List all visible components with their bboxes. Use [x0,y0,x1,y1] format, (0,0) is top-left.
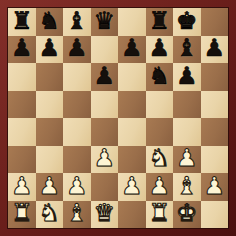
square-d3[interactable]: ♟ [91,146,119,174]
square-g8[interactable]: ♚ [173,8,201,36]
square-e6[interactable] [118,63,146,91]
square-f3[interactable]: ♞ [146,146,174,174]
square-g2[interactable]: ♝ [173,173,201,201]
piece-black-king[interactable]: ♚ [176,9,198,33]
square-h2[interactable]: ♟ [201,173,229,201]
square-a8[interactable]: ♜ [8,8,36,36]
square-c5[interactable] [63,91,91,119]
piece-black-rook[interactable]: ♜ [11,9,33,33]
piece-white-knight[interactable]: ♞ [148,146,170,170]
square-f6[interactable]: ♞ [146,63,174,91]
square-c3[interactable] [63,146,91,174]
square-h6[interactable] [201,63,229,91]
piece-white-king[interactable]: ♚ [176,201,198,225]
square-c2[interactable]: ♟ [63,173,91,201]
square-b8[interactable]: ♞ [36,8,64,36]
piece-black-knight[interactable]: ♞ [38,9,60,33]
piece-white-pawn[interactable]: ♟ [203,174,225,198]
square-a4[interactable] [8,118,36,146]
piece-black-pawn[interactable]: ♟ [148,36,170,60]
chess-board: ♜♞♝♛♜♚♟♟♟♟♟♝♟♟♞♟♟♞♟♟♟♟♟♟♝♟♜♞♝♛♜♚ [8,8,228,228]
piece-white-queen[interactable]: ♛ [93,201,115,225]
piece-black-pawn[interactable]: ♟ [203,36,225,60]
square-e5[interactable] [118,91,146,119]
square-a1[interactable]: ♜ [8,201,36,229]
square-d6[interactable]: ♟ [91,63,119,91]
square-a5[interactable] [8,91,36,119]
piece-white-rook[interactable]: ♜ [148,201,170,225]
square-f4[interactable] [146,118,174,146]
square-e8[interactable] [118,8,146,36]
piece-black-pawn[interactable]: ♟ [11,36,33,60]
square-e2[interactable]: ♟ [118,173,146,201]
piece-white-knight[interactable]: ♞ [38,201,60,225]
square-h5[interactable] [201,91,229,119]
square-g3[interactable]: ♟ [173,146,201,174]
square-f2[interactable]: ♟ [146,173,174,201]
piece-white-bishop[interactable]: ♝ [176,174,198,198]
square-a2[interactable]: ♟ [8,173,36,201]
square-e7[interactable]: ♟ [118,36,146,64]
piece-black-pawn[interactable]: ♟ [93,64,115,88]
piece-white-pawn[interactable]: ♟ [66,174,88,198]
square-b7[interactable]: ♟ [36,36,64,64]
square-d1[interactable]: ♛ [91,201,119,229]
square-c6[interactable] [63,63,91,91]
square-c4[interactable] [63,118,91,146]
piece-black-pawn[interactable]: ♟ [121,36,143,60]
square-h7[interactable]: ♟ [201,36,229,64]
square-b6[interactable] [36,63,64,91]
piece-white-pawn[interactable]: ♟ [11,174,33,198]
square-e1[interactable] [118,201,146,229]
square-h8[interactable] [201,8,229,36]
square-c1[interactable]: ♝ [63,201,91,229]
board-frame: ♜♞♝♛♜♚♟♟♟♟♟♝♟♟♞♟♟♞♟♟♟♟♟♟♝♟♜♞♝♛♜♚ [0,0,236,236]
piece-black-pawn[interactable]: ♟ [38,36,60,60]
piece-white-pawn[interactable]: ♟ [38,174,60,198]
square-g6[interactable]: ♟ [173,63,201,91]
square-g5[interactable] [173,91,201,119]
piece-white-pawn[interactable]: ♟ [148,174,170,198]
square-e3[interactable] [118,146,146,174]
square-a3[interactable] [8,146,36,174]
piece-black-bishop[interactable]: ♝ [176,36,198,60]
square-c8[interactable]: ♝ [63,8,91,36]
piece-black-queen[interactable]: ♛ [93,9,115,33]
piece-black-pawn[interactable]: ♟ [66,36,88,60]
piece-white-bishop[interactable]: ♝ [66,201,88,225]
square-d8[interactable]: ♛ [91,8,119,36]
piece-white-pawn[interactable]: ♟ [176,146,198,170]
square-b5[interactable] [36,91,64,119]
square-d4[interactable] [91,118,119,146]
square-b4[interactable] [36,118,64,146]
square-b2[interactable]: ♟ [36,173,64,201]
square-a6[interactable] [8,63,36,91]
square-h4[interactable] [201,118,229,146]
square-b1[interactable]: ♞ [36,201,64,229]
square-e4[interactable] [118,118,146,146]
piece-white-pawn[interactable]: ♟ [121,174,143,198]
square-f8[interactable]: ♜ [146,8,174,36]
square-h3[interactable] [201,146,229,174]
square-f5[interactable] [146,91,174,119]
square-g1[interactable]: ♚ [173,201,201,229]
square-f1[interactable]: ♜ [146,201,174,229]
piece-white-rook[interactable]: ♜ [11,201,33,225]
square-d2[interactable] [91,173,119,201]
square-g4[interactable] [173,118,201,146]
square-g7[interactable]: ♝ [173,36,201,64]
square-h1[interactable] [201,201,229,229]
piece-black-pawn[interactable]: ♟ [176,64,198,88]
square-a7[interactable]: ♟ [8,36,36,64]
piece-black-rook[interactable]: ♜ [148,9,170,33]
piece-white-pawn[interactable]: ♟ [93,146,115,170]
piece-black-bishop[interactable]: ♝ [66,9,88,33]
piece-black-knight[interactable]: ♞ [148,64,170,88]
square-b3[interactable] [36,146,64,174]
square-d5[interactable] [91,91,119,119]
square-c7[interactable]: ♟ [63,36,91,64]
square-d7[interactable] [91,36,119,64]
square-f7[interactable]: ♟ [146,36,174,64]
